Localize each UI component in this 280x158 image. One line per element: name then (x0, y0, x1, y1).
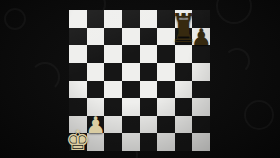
square-d7[interactable] (122, 28, 140, 46)
square-f4[interactable] (157, 81, 175, 99)
square-c7[interactable] (104, 28, 122, 46)
white-king-glyph: ♚ (65, 127, 90, 155)
square-d3[interactable] (122, 98, 140, 116)
square-h3[interactable] (192, 98, 210, 116)
square-b4[interactable] (87, 81, 105, 99)
background-ornament (244, 100, 274, 130)
square-d5[interactable] (122, 63, 140, 81)
square-e1[interactable] (140, 133, 158, 151)
square-a7[interactable] (69, 28, 87, 46)
square-e2[interactable] (140, 116, 158, 134)
square-c1[interactable] (104, 133, 122, 151)
square-d2[interactable] (122, 116, 140, 134)
square-b6[interactable] (87, 45, 105, 63)
square-h2[interactable] (192, 116, 210, 134)
square-g5[interactable] (175, 63, 193, 81)
square-f2[interactable] (157, 116, 175, 134)
white-king-on-a1[interactable]: ♚ (69, 133, 87, 151)
square-f5[interactable] (157, 63, 175, 81)
square-d8[interactable] (122, 10, 140, 28)
black-rook-on-g7[interactable]: ♜ (175, 28, 193, 46)
chess-app-background: ♜♟♟♚ (0, 0, 280, 158)
square-e3[interactable] (140, 98, 158, 116)
square-f1[interactable] (157, 133, 175, 151)
background-ornament (30, 62, 60, 92)
square-g3[interactable] (175, 98, 193, 116)
square-c6[interactable] (104, 45, 122, 63)
square-d4[interactable] (122, 81, 140, 99)
square-h5[interactable] (192, 63, 210, 81)
background-ornament (216, 0, 252, 24)
square-b8[interactable] (87, 10, 105, 28)
square-e7[interactable] (140, 28, 158, 46)
background-ornament (224, 48, 250, 74)
square-c3[interactable] (104, 98, 122, 116)
square-e6[interactable] (140, 45, 158, 63)
square-a5[interactable] (69, 63, 87, 81)
background-ornament (4, 8, 26, 30)
square-g4[interactable] (175, 81, 193, 99)
square-c2[interactable] (104, 116, 122, 134)
square-f3[interactable] (157, 98, 175, 116)
square-a6[interactable] (69, 45, 87, 63)
black-pawn-on-h7[interactable]: ♟ (192, 28, 210, 46)
square-e5[interactable] (140, 63, 158, 81)
black-pawn-glyph: ♟ (191, 26, 212, 49)
square-c8[interactable] (104, 10, 122, 28)
square-c5[interactable] (104, 63, 122, 81)
square-e8[interactable] (140, 10, 158, 28)
square-g2[interactable] (175, 116, 193, 134)
square-g1[interactable] (175, 133, 193, 151)
square-b7[interactable] (87, 28, 105, 46)
square-a3[interactable] (69, 98, 87, 116)
square-c4[interactable] (104, 81, 122, 99)
square-a8[interactable] (69, 10, 87, 28)
square-b5[interactable] (87, 63, 105, 81)
square-h4[interactable] (192, 81, 210, 99)
square-h1[interactable] (192, 133, 210, 151)
square-d1[interactable] (122, 133, 140, 151)
square-e4[interactable] (140, 81, 158, 99)
square-a4[interactable] (69, 81, 87, 99)
square-d6[interactable] (122, 45, 140, 63)
